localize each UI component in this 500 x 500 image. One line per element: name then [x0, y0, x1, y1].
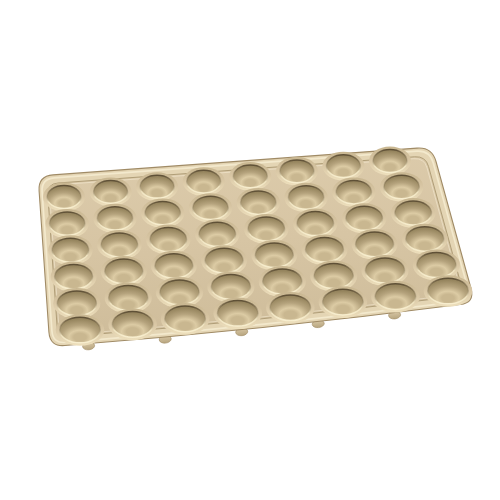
muffin-cup-r3c2: [97, 230, 142, 260]
muffin-cup-r1c1: [43, 183, 85, 212]
cup-cavity: [375, 284, 416, 310]
muffin-cup-r1c7: [322, 152, 364, 181]
cup-cavity: [55, 265, 93, 290]
muffin-cup-r5c6: [310, 261, 357, 292]
cup-cavity: [263, 269, 302, 294]
cup-cavity: [384, 175, 419, 198]
cup-cavity: [288, 186, 323, 209]
muffin-cup-r5c3: [156, 277, 203, 308]
muffin-pan-image: [0, 0, 500, 500]
muffin-cup-r5c2: [105, 282, 152, 313]
muffin-cup-r4c8: [402, 224, 448, 255]
cup-cavity: [49, 212, 84, 235]
cup-cavity: [150, 228, 187, 252]
cup-cavity: [365, 258, 404, 283]
cup-cavity: [346, 206, 383, 230]
muffin-cup-r6c6: [319, 286, 368, 318]
cup-cavity: [417, 253, 456, 278]
muffin-cup-r2c6: [284, 183, 327, 212]
cup-cavity: [165, 306, 206, 332]
muffin-cup-r2c8: [380, 172, 423, 201]
cup-cavity: [60, 317, 101, 343]
cup-cavity: [280, 160, 314, 183]
muffin-cup-r3c7: [342, 203, 387, 233]
cup-cavity: [145, 201, 180, 224]
muffin-cup-r2c3: [141, 198, 184, 227]
cup-cavity: [187, 170, 221, 193]
muffin-cup-r1c8: [369, 147, 411, 176]
muffin-cup-r3c5: [244, 214, 289, 244]
muffin-cup-r2c1: [45, 209, 88, 238]
muffin-cup-r4c4: [201, 245, 247, 276]
muffin-cup-r4c6: [302, 235, 348, 266]
muffin-cup-r3c1: [48, 235, 93, 265]
cup-cavity: [270, 295, 311, 321]
cup-cavity: [211, 274, 250, 299]
muffin-cup-r4c1: [51, 262, 97, 293]
muffin-cup-r3c8: [391, 198, 436, 228]
cup-cavity: [109, 285, 148, 310]
cup-cavity: [47, 186, 81, 209]
muffin-cup-r4c3: [151, 251, 197, 282]
cup-cavity: [428, 278, 469, 304]
muffin-cup-r4c2: [101, 256, 147, 287]
muffin-cup-r6c2: [108, 309, 157, 341]
muffin-cup-r6c3: [161, 303, 210, 335]
cup-cavity: [373, 150, 407, 173]
muffin-cup-r5c1: [53, 288, 100, 319]
cup-cavity: [217, 301, 258, 327]
cup-cavity: [314, 264, 353, 289]
cup-cavity: [248, 217, 285, 241]
muffin-cup-r1c6: [276, 157, 318, 186]
cup-cavity: [193, 196, 228, 219]
muffin-cup-r1c4: [183, 167, 225, 196]
cup-cavity: [205, 248, 243, 273]
muffin-cup-r5c5: [259, 266, 306, 297]
muffin-cup-r1c3: [136, 172, 178, 201]
cup-cavity: [112, 312, 153, 338]
muffin-cup-r3c6: [293, 209, 338, 239]
cup-cavity: [395, 201, 432, 225]
cup-cavity: [199, 222, 236, 246]
cup-cavity: [97, 207, 132, 230]
muffin-cup-r4c5: [251, 240, 297, 271]
cup-cavity: [326, 155, 360, 178]
cup-cavity: [406, 227, 444, 252]
product-photo: [0, 0, 500, 500]
muffin-cup-r2c4: [189, 193, 232, 222]
cup-cavity: [297, 212, 334, 236]
muffin-cup-r3c4: [195, 219, 240, 249]
muffin-cup-r6c7: [371, 281, 420, 313]
cup-cavity: [233, 165, 267, 188]
muffin-cup-r2c5: [237, 188, 280, 217]
muffin-cup-r2c7: [332, 178, 375, 207]
cup-cavity: [101, 233, 138, 257]
cup-cavity: [306, 238, 344, 263]
cup-cavity: [323, 289, 364, 315]
cup-cavity: [105, 259, 143, 284]
muffin-cup-r1c5: [229, 162, 271, 191]
cup-cavity: [356, 232, 394, 257]
muffin-cup-r1c2: [90, 178, 132, 207]
cup-cavity: [255, 243, 293, 268]
cup-cavity: [241, 191, 276, 214]
cup-cavity: [336, 181, 371, 204]
cup-cavity: [155, 254, 193, 279]
muffin-cup-r6c5: [266, 292, 315, 324]
cup-cavity: [140, 175, 174, 198]
cup-cavity: [57, 291, 96, 316]
muffin-cup-r2c2: [93, 204, 136, 233]
muffin-cup-r6c1: [56, 314, 105, 346]
muffin-cup-r3c3: [146, 225, 191, 255]
muffin-cup-r5c4: [207, 271, 254, 302]
cup-cavity: [52, 238, 89, 262]
muffin-cup-r6c4: [213, 298, 262, 330]
muffin-cup-r4c7: [352, 229, 398, 260]
cup-cavity: [94, 181, 128, 204]
muffin-cup-r6c8: [424, 275, 473, 307]
cup-cavity: [160, 280, 199, 305]
